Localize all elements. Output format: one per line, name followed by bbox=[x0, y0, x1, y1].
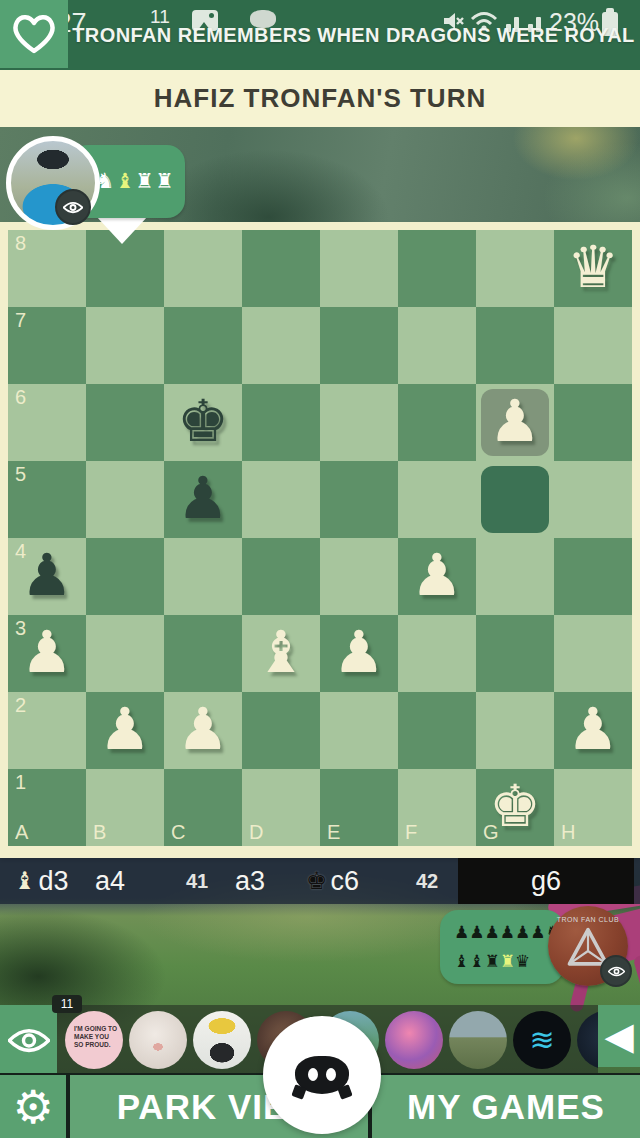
bottom-player-captured-tray: ♟♟♟♟♟♟♞♞ ♝♝♜♜♛ bbox=[440, 910, 564, 984]
square-c7[interactable] bbox=[164, 307, 242, 384]
square-d6[interactable] bbox=[242, 384, 320, 461]
rank-label-3: 3 bbox=[15, 617, 26, 640]
square-h2[interactable]: ♟ bbox=[554, 692, 632, 769]
captured-rook-highlighted: ♜ bbox=[500, 951, 515, 971]
move-list-bar[interactable]: ♝d3a441a3♚c642g6 bbox=[0, 858, 640, 904]
captured-rook: ♜ bbox=[135, 169, 155, 193]
move-entry[interactable]: ♝d3 bbox=[14, 858, 69, 904]
piece-white-pawn: ♟ bbox=[86, 692, 164, 769]
square-g6[interactable]: ♟ bbox=[476, 384, 554, 461]
square-f3[interactable] bbox=[398, 615, 476, 692]
square-f6[interactable] bbox=[398, 384, 476, 461]
notification-count: 11 bbox=[150, 6, 170, 28]
square-e7[interactable] bbox=[320, 307, 398, 384]
gear-icon: ⚙ bbox=[12, 1080, 53, 1134]
square-e2[interactable] bbox=[320, 692, 398, 769]
square-h4[interactable] bbox=[554, 538, 632, 615]
square-f8[interactable] bbox=[398, 230, 476, 307]
square-e6[interactable] bbox=[320, 384, 398, 461]
square-a8[interactable]: 8 bbox=[8, 230, 86, 307]
file-label-F: F bbox=[405, 821, 417, 844]
square-e4[interactable] bbox=[320, 538, 398, 615]
square-a5[interactable]: 5 bbox=[8, 461, 86, 538]
square-h1[interactable]: H bbox=[554, 769, 632, 846]
piece-black-king: ♚ bbox=[164, 384, 242, 461]
square-b4[interactable] bbox=[86, 538, 164, 615]
move-entry[interactable]: a3 bbox=[235, 858, 265, 904]
friends-count-badge: 11 bbox=[52, 995, 82, 1013]
square-g7[interactable] bbox=[476, 307, 554, 384]
square-b3[interactable] bbox=[86, 615, 164, 692]
square-c2[interactable]: ♟ bbox=[164, 692, 242, 769]
square-g4[interactable] bbox=[476, 538, 554, 615]
square-c5[interactable]: ♟ bbox=[164, 461, 242, 538]
square-c8[interactable] bbox=[164, 230, 242, 307]
captured-pawn: ♟ bbox=[515, 922, 530, 942]
friend-avatar-blond[interactable] bbox=[193, 1011, 251, 1069]
friend-avatar-dark[interactable]: ⌁ bbox=[577, 1011, 598, 1069]
square-h6[interactable] bbox=[554, 384, 632, 461]
move-entry[interactable]: ♚c6 bbox=[306, 858, 359, 904]
avatar-label: TRON FAN CLUB bbox=[548, 916, 628, 923]
piece-white-pawn: ♟ bbox=[320, 615, 398, 692]
settings-button[interactable]: ⚙ bbox=[0, 1075, 66, 1138]
square-c6[interactable]: ♚ bbox=[164, 384, 242, 461]
square-a3[interactable]: 3♟ bbox=[8, 615, 86, 692]
square-a6[interactable]: 6 bbox=[8, 384, 86, 461]
square-f7[interactable] bbox=[398, 307, 476, 384]
battery-icon bbox=[602, 12, 618, 36]
piece-white-pawn: ♟ bbox=[476, 384, 554, 461]
move-entry[interactable]: a4 bbox=[95, 858, 125, 904]
square-e5[interactable] bbox=[320, 461, 398, 538]
move-number: 41 bbox=[186, 858, 208, 904]
square-g1[interactable]: G♚ bbox=[476, 769, 554, 846]
square-d4[interactable] bbox=[242, 538, 320, 615]
square-b2[interactable]: ♟ bbox=[86, 692, 164, 769]
status-bar: 1:27 11 23% bbox=[0, 0, 640, 70]
chess-board-frame: 8♛76♚♟5♟4♟♟3♟♝♟2♟♟♟1ABCDEFG♚H bbox=[0, 222, 640, 858]
square-d8[interactable] bbox=[242, 230, 320, 307]
rank-label-2: 2 bbox=[15, 694, 26, 717]
eye-icon bbox=[63, 201, 83, 214]
app-screen: 1:27 11 23% HAFIZ TRONFAN REMEMBERS WHEN… bbox=[0, 0, 640, 1138]
piece-black-pawn: ♟ bbox=[164, 461, 242, 538]
captured-rook: ♜ bbox=[485, 951, 500, 971]
my-games-tab[interactable]: MY GAMES bbox=[372, 1075, 640, 1138]
square-f2[interactable] bbox=[398, 692, 476, 769]
captured-pawn: ♟ bbox=[500, 922, 515, 942]
square-h8[interactable]: ♛ bbox=[554, 230, 632, 307]
favorite-button[interactable] bbox=[0, 0, 68, 68]
piece-white-pawn: ♟ bbox=[398, 538, 476, 615]
file-label-D: D bbox=[249, 821, 263, 844]
square-b6[interactable] bbox=[86, 384, 164, 461]
king-black-icon: ♚ bbox=[306, 867, 328, 895]
captured-bishop-highlighted: ♝ bbox=[116, 169, 136, 193]
friend-avatar-road[interactable] bbox=[449, 1011, 507, 1069]
eye-icon bbox=[8, 1027, 50, 1054]
file-label-A: A bbox=[15, 821, 28, 844]
avatar-logo-glyph: ≋ bbox=[529, 1025, 554, 1055]
rank-label-6: 6 bbox=[15, 386, 26, 409]
friend-avatar-waves[interactable]: ≋ bbox=[513, 1011, 571, 1069]
square-b1[interactable]: B bbox=[86, 769, 164, 846]
square-d1[interactable]: D bbox=[242, 769, 320, 846]
mute-icon bbox=[443, 10, 465, 32]
bishop-white-icon: ♝ bbox=[14, 867, 36, 895]
top-player-watch-icon[interactable] bbox=[55, 189, 91, 225]
heart-icon bbox=[11, 13, 57, 55]
friend-avatar-cat[interactable] bbox=[129, 1011, 187, 1069]
discord-notification-icon bbox=[250, 10, 276, 28]
captured-pawn: ♟ bbox=[530, 922, 545, 942]
square-h5[interactable] bbox=[554, 461, 632, 538]
last-move-entry[interactable]: g6 bbox=[458, 858, 634, 904]
avatar-quote-text: I'M GOING TO MAKE YOU SO PROUD. bbox=[74, 1025, 118, 1049]
avatar-bubble-tail bbox=[96, 216, 148, 244]
square-h3[interactable] bbox=[554, 615, 632, 692]
captured-pawn: ♟ bbox=[469, 922, 484, 942]
square-d3[interactable]: ♝ bbox=[242, 615, 320, 692]
friend-avatar-quote[interactable]: I'M GOING TO MAKE YOU SO PROUD. bbox=[65, 1011, 123, 1069]
square-c4[interactable] bbox=[164, 538, 242, 615]
square-f1[interactable]: F bbox=[398, 769, 476, 846]
piece-white-queen: ♛ bbox=[554, 230, 632, 307]
captured-pawn: ♟ bbox=[454, 922, 469, 942]
captured-pawn: ♟ bbox=[485, 922, 500, 942]
last-move-from-highlight bbox=[481, 466, 549, 533]
file-label-B: B bbox=[93, 821, 106, 844]
square-g8[interactable] bbox=[476, 230, 554, 307]
signal-icon bbox=[505, 16, 523, 32]
piece-white-pawn: ♟ bbox=[164, 692, 242, 769]
square-a1[interactable]: 1A bbox=[8, 769, 86, 846]
square-d7[interactable] bbox=[242, 307, 320, 384]
square-f4[interactable]: ♟ bbox=[398, 538, 476, 615]
square-b7[interactable] bbox=[86, 307, 164, 384]
rank-label-1: 1 bbox=[15, 771, 26, 794]
piece-white-pawn: ♟ bbox=[554, 692, 632, 769]
discord-button[interactable] bbox=[263, 1016, 381, 1134]
rank-label-5: 5 bbox=[15, 463, 26, 486]
discord-icon bbox=[295, 1056, 349, 1094]
file-label-C: C bbox=[171, 821, 185, 844]
photo-notification-icon bbox=[192, 10, 218, 31]
square-e1[interactable]: E bbox=[320, 769, 398, 846]
square-f5[interactable] bbox=[398, 461, 476, 538]
square-g2[interactable] bbox=[476, 692, 554, 769]
captured-queen: ♛ bbox=[515, 951, 530, 971]
rank-label-7: 7 bbox=[15, 309, 26, 332]
battery-percent: 23% bbox=[549, 8, 599, 37]
square-a2[interactable]: 2 bbox=[8, 692, 86, 769]
turn-indicator: HAFIZ TRONFAN'S TURN bbox=[0, 70, 640, 127]
square-c1[interactable]: C bbox=[164, 769, 242, 846]
file-label-G: G bbox=[483, 821, 499, 844]
square-e3[interactable]: ♟ bbox=[320, 615, 398, 692]
piece-white-bishop: ♝ bbox=[242, 615, 320, 692]
rank-label-4: 4 bbox=[15, 540, 26, 563]
eye-icon bbox=[608, 966, 625, 977]
move-number: 42 bbox=[416, 858, 438, 904]
captured-rook: ♜ bbox=[155, 169, 175, 193]
square-e8[interactable] bbox=[320, 230, 398, 307]
square-d2[interactable] bbox=[242, 692, 320, 769]
captured-bishop: ♝ bbox=[469, 951, 484, 971]
captured-bishop: ♝ bbox=[454, 951, 469, 971]
square-b5[interactable] bbox=[86, 461, 164, 538]
bottom-player-watch-icon[interactable] bbox=[600, 955, 632, 987]
wifi-icon bbox=[470, 10, 498, 32]
collapse-strip-button[interactable]: ◀ bbox=[598, 1005, 640, 1067]
friend-avatar-holi[interactable] bbox=[385, 1011, 443, 1069]
file-label-E: E bbox=[327, 821, 340, 844]
chess-board: 8♛76♚♟5♟4♟♟3♟♝♟2♟♟♟1ABCDEFG♚H bbox=[8, 230, 632, 846]
square-g3[interactable] bbox=[476, 615, 554, 692]
square-c3[interactable] bbox=[164, 615, 242, 692]
file-label-H: H bbox=[561, 821, 575, 844]
square-a7[interactable]: 7 bbox=[8, 307, 86, 384]
square-a4[interactable]: 4♟ bbox=[8, 538, 86, 615]
rank-label-8: 8 bbox=[15, 232, 26, 255]
square-g5[interactable] bbox=[476, 461, 554, 538]
signal-icon-2 bbox=[527, 16, 545, 32]
square-h7[interactable] bbox=[554, 307, 632, 384]
square-d5[interactable] bbox=[242, 461, 320, 538]
spectate-button[interactable] bbox=[0, 1005, 57, 1075]
